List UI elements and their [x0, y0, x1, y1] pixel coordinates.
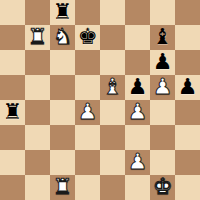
white-rook[interactable]: ♜: [53, 175, 73, 199]
square-a8[interactable]: [0, 0, 25, 25]
white-bishop[interactable]: ♝: [103, 75, 123, 99]
square-a2[interactable]: [0, 150, 25, 175]
square-c2[interactable]: [50, 150, 75, 175]
square-g1[interactable]: ♚: [150, 175, 175, 200]
square-f6[interactable]: [125, 50, 150, 75]
square-g3[interactable]: [150, 125, 175, 150]
square-b6[interactable]: [25, 50, 50, 75]
square-h8[interactable]: [175, 0, 200, 25]
square-a6[interactable]: [0, 50, 25, 75]
square-g8[interactable]: [150, 0, 175, 25]
square-c6[interactable]: [50, 50, 75, 75]
black-rook[interactable]: ♜: [3, 100, 23, 124]
square-h2[interactable]: [175, 150, 200, 175]
white-pawn[interactable]: ♟: [128, 100, 148, 124]
square-g2[interactable]: [150, 150, 175, 175]
square-h6[interactable]: [175, 50, 200, 75]
white-pawn[interactable]: ♟: [128, 150, 148, 174]
square-d6[interactable]: [75, 50, 100, 75]
square-a3[interactable]: [0, 125, 25, 150]
square-e1[interactable]: [100, 175, 125, 200]
square-d3[interactable]: [75, 125, 100, 150]
black-bishop[interactable]: ♝: [153, 25, 173, 49]
square-f7[interactable]: [125, 25, 150, 50]
square-d8[interactable]: [75, 0, 100, 25]
square-f3[interactable]: [125, 125, 150, 150]
square-f5[interactable]: ♟: [125, 75, 150, 100]
white-pawn[interactable]: ♟: [153, 75, 173, 99]
square-d2[interactable]: [75, 150, 100, 175]
square-c8[interactable]: ♜: [50, 0, 75, 25]
square-g4[interactable]: [150, 100, 175, 125]
square-a5[interactable]: [0, 75, 25, 100]
square-b7[interactable]: ♜: [25, 25, 50, 50]
square-g7[interactable]: ♝: [150, 25, 175, 50]
square-d7[interactable]: ♚: [75, 25, 100, 50]
square-e7[interactable]: [100, 25, 125, 50]
black-pawn[interactable]: ♟: [178, 75, 198, 99]
square-a7[interactable]: [0, 25, 25, 50]
square-d5[interactable]: [75, 75, 100, 100]
white-king[interactable]: ♚: [153, 175, 173, 199]
square-b8[interactable]: [25, 0, 50, 25]
square-b3[interactable]: [25, 125, 50, 150]
black-pawn[interactable]: ♟: [153, 50, 173, 74]
square-a4[interactable]: ♜: [0, 100, 25, 125]
square-g6[interactable]: ♟: [150, 50, 175, 75]
black-pawn[interactable]: ♟: [128, 75, 148, 99]
square-c4[interactable]: [50, 100, 75, 125]
square-f4[interactable]: ♟: [125, 100, 150, 125]
square-b5[interactable]: [25, 75, 50, 100]
square-c7[interactable]: ♞: [50, 25, 75, 50]
square-f8[interactable]: [125, 0, 150, 25]
square-e8[interactable]: [100, 0, 125, 25]
square-c3[interactable]: [50, 125, 75, 150]
square-e3[interactable]: [100, 125, 125, 150]
square-h5[interactable]: ♟: [175, 75, 200, 100]
square-e5[interactable]: ♝: [100, 75, 125, 100]
square-b1[interactable]: [25, 175, 50, 200]
square-h4[interactable]: [175, 100, 200, 125]
square-f2[interactable]: ♟: [125, 150, 150, 175]
square-h1[interactable]: [175, 175, 200, 200]
square-h7[interactable]: [175, 25, 200, 50]
white-pawn[interactable]: ♟: [78, 100, 98, 124]
square-e2[interactable]: [100, 150, 125, 175]
white-rook[interactable]: ♜: [28, 25, 48, 49]
square-b2[interactable]: [25, 150, 50, 175]
white-knight[interactable]: ♞: [53, 25, 73, 49]
black-rook[interactable]: ♜: [53, 0, 73, 24]
square-c1[interactable]: ♜: [50, 175, 75, 200]
square-d1[interactable]: [75, 175, 100, 200]
square-h3[interactable]: [175, 125, 200, 150]
square-e6[interactable]: [100, 50, 125, 75]
chess-board: ♜♜♞♚♝♟♝♟♟♟♜♟♟♟♜♚: [0, 0, 200, 200]
square-b4[interactable]: [25, 100, 50, 125]
black-king[interactable]: ♚: [78, 25, 98, 49]
square-a1[interactable]: [0, 175, 25, 200]
square-d4[interactable]: ♟: [75, 100, 100, 125]
square-c5[interactable]: [50, 75, 75, 100]
square-f1[interactable]: [125, 175, 150, 200]
square-g5[interactable]: ♟: [150, 75, 175, 100]
square-e4[interactable]: [100, 100, 125, 125]
